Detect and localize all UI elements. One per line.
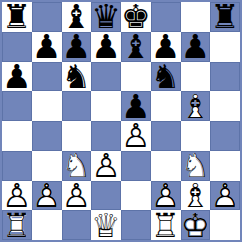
square-b4[interactable] [32,121,62,151]
white-pawn-outline: ♙ [210,181,240,211]
black-rook[interactable]: ♜ [2,2,32,32]
square-b5[interactable] [32,91,62,121]
square-b1[interactable] [32,210,62,240]
white-king-outline: ♔ [181,210,211,240]
square-h5[interactable] [210,91,240,121]
white-pawn[interactable]: ♟♙ [62,181,92,211]
square-c2[interactable]: ♟♙ [62,181,92,211]
square-g1[interactable]: ♚♔ [181,210,211,240]
square-a5[interactable] [2,91,32,121]
black-knight[interactable]: ♞ [151,62,181,92]
black-rook-glyph: ♜ [2,2,32,32]
square-e3[interactable] [121,151,151,181]
square-g7[interactable]: ♟ [181,32,211,62]
square-a1[interactable]: ♜♖ [2,210,32,240]
square-h6[interactable] [210,62,240,92]
black-pawn[interactable]: ♟ [181,32,211,62]
black-pawn-glyph: ♟ [181,32,211,62]
black-bishop-glyph: ♝ [121,32,151,62]
black-pawn[interactable]: ♟ [91,32,121,62]
square-f6[interactable]: ♞ [151,62,181,92]
white-pawn-outline: ♙ [62,181,92,211]
square-d5[interactable] [91,91,121,121]
square-d7[interactable]: ♟ [91,32,121,62]
square-h2[interactable]: ♟♙ [210,181,240,211]
white-pawn[interactable]: ♟♙ [32,181,62,211]
square-a6[interactable]: ♟ [2,62,32,92]
black-knight-glyph: ♞ [151,62,181,92]
square-e4[interactable]: ♟♙ [121,121,151,151]
black-pawn-glyph: ♟ [2,62,32,92]
square-h7[interactable] [210,32,240,62]
square-g5[interactable]: ♝♗ [181,91,211,121]
square-f1[interactable]: ♜♖ [151,210,181,240]
square-h8[interactable]: ♜ [210,2,240,32]
square-b2[interactable]: ♟♙ [32,181,62,211]
white-pawn[interactable]: ♟♙ [210,181,240,211]
white-pawn[interactable]: ♟♙ [121,121,151,151]
black-bishop[interactable]: ♝ [121,32,151,62]
square-e1[interactable] [121,210,151,240]
square-b7[interactable]: ♟ [32,32,62,62]
square-h4[interactable] [210,121,240,151]
square-d1[interactable]: ♛♕ [91,210,121,240]
white-bishop[interactable]: ♝♗ [181,91,211,121]
black-pawn[interactable]: ♟ [32,32,62,62]
white-pawn-outline: ♙ [121,121,151,151]
square-c6[interactable]: ♞ [62,62,92,92]
square-e7[interactable]: ♝ [121,32,151,62]
white-rook[interactable]: ♜♖ [151,210,181,240]
square-f5[interactable] [151,91,181,121]
black-pawn-glyph: ♟ [91,32,121,62]
white-rook-outline: ♖ [151,210,181,240]
white-pawn[interactable]: ♟♙ [91,151,121,181]
square-f4[interactable] [151,121,181,151]
white-king[interactable]: ♚♔ [181,210,211,240]
square-d6[interactable] [91,62,121,92]
square-a8[interactable]: ♜ [2,2,32,32]
black-rook-glyph: ♜ [210,2,240,32]
white-pawn-outline: ♙ [91,151,121,181]
square-d3[interactable]: ♟♙ [91,151,121,181]
white-pawn-outline: ♙ [32,181,62,211]
black-pawn[interactable]: ♟ [2,62,32,92]
white-queen[interactable]: ♛♕ [91,210,121,240]
black-knight-glyph: ♞ [62,62,92,92]
square-a4[interactable] [2,121,32,151]
white-rook[interactable]: ♜♖ [2,210,32,240]
black-pawn-glyph: ♟ [32,32,62,62]
chess-board: ♜♝♛♚♜♟♟♟♝♟♟♟♞♞♟♝♗♟♙♞♘♟♙♞♘♟♙♟♙♟♙♟♙♝♗♟♙♜♖♛… [2,2,240,240]
square-h1[interactable] [210,210,240,240]
square-b6[interactable] [32,62,62,92]
white-bishop-outline: ♗ [181,91,211,121]
white-rook-outline: ♖ [2,210,32,240]
square-c5[interactable] [62,91,92,121]
chess-board-frame: ♜♝♛♚♜♟♟♟♝♟♟♟♞♞♟♝♗♟♙♞♘♟♙♞♘♟♙♟♙♟♙♟♙♝♗♟♙♜♖♛… [0,0,242,242]
black-rook[interactable]: ♜ [210,2,240,32]
square-c1[interactable] [62,210,92,240]
black-knight[interactable]: ♞ [62,62,92,92]
white-queen-outline: ♕ [91,210,121,240]
square-e2[interactable] [121,181,151,211]
